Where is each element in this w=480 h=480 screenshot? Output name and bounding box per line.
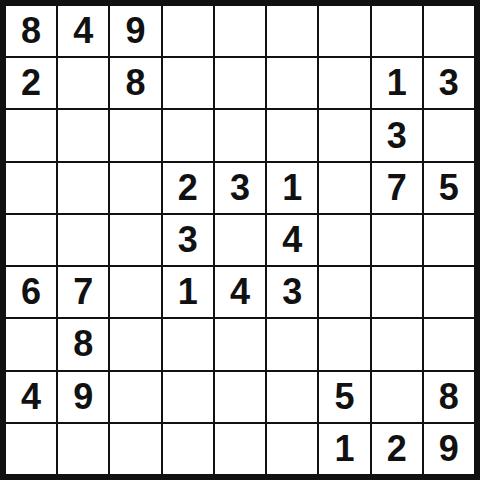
cell-r9c4[interactable] — [163, 424, 213, 474]
cell-r7c1[interactable] — [6, 319, 56, 369]
cell-r2c7[interactable] — [319, 58, 369, 108]
cell-r1c4[interactable] — [163, 6, 213, 56]
cell-r6c9[interactable] — [424, 267, 474, 317]
cell-r5c6[interactable]: 4 — [267, 215, 317, 265]
cell-r8c9[interactable]: 8 — [424, 372, 474, 422]
cell-r2c9[interactable]: 3 — [424, 58, 474, 108]
cell-r5c4[interactable]: 3 — [163, 215, 213, 265]
cell-r4c6[interactable]: 1 — [267, 163, 317, 213]
cell-r8c8[interactable] — [372, 372, 422, 422]
cell-r1c9[interactable] — [424, 6, 474, 56]
cell-r4c7[interactable] — [319, 163, 369, 213]
cell-r4c5[interactable]: 3 — [215, 163, 265, 213]
cell-r9c9[interactable]: 9 — [424, 424, 474, 474]
cell-r2c5[interactable] — [215, 58, 265, 108]
cell-r2c8[interactable]: 1 — [372, 58, 422, 108]
cell-r3c3[interactable] — [110, 110, 160, 160]
cell-r9c8[interactable]: 2 — [372, 424, 422, 474]
cell-r7c5[interactable] — [215, 319, 265, 369]
cell-r6c5[interactable]: 4 — [215, 267, 265, 317]
cell-r6c7[interactable] — [319, 267, 369, 317]
cell-r3c9[interactable] — [424, 110, 474, 160]
cell-r2c3[interactable]: 8 — [110, 58, 160, 108]
cell-r8c6[interactable] — [267, 372, 317, 422]
cell-r4c1[interactable] — [6, 163, 56, 213]
cell-r9c7[interactable]: 1 — [319, 424, 369, 474]
cell-r6c6[interactable]: 3 — [267, 267, 317, 317]
cell-r3c5[interactable] — [215, 110, 265, 160]
cell-r1c2[interactable]: 4 — [58, 6, 108, 56]
cell-r3c4[interactable] — [163, 110, 213, 160]
cell-r7c7[interactable] — [319, 319, 369, 369]
cell-r9c2[interactable] — [58, 424, 108, 474]
cell-r3c6[interactable] — [267, 110, 317, 160]
cell-r7c6[interactable] — [267, 319, 317, 369]
cell-r6c3[interactable] — [110, 267, 160, 317]
cell-r7c4[interactable] — [163, 319, 213, 369]
cell-r4c4[interactable]: 2 — [163, 163, 213, 213]
cell-r7c9[interactable] — [424, 319, 474, 369]
cell-r9c3[interactable] — [110, 424, 160, 474]
cell-r5c2[interactable] — [58, 215, 108, 265]
cell-r8c5[interactable] — [215, 372, 265, 422]
cell-r4c2[interactable] — [58, 163, 108, 213]
cell-r2c4[interactable] — [163, 58, 213, 108]
cell-r5c8[interactable] — [372, 215, 422, 265]
cell-r6c2[interactable]: 7 — [58, 267, 108, 317]
cell-r2c1[interactable]: 2 — [6, 58, 56, 108]
sudoku-board: 8492813323175346714384958129 — [0, 0, 480, 480]
cell-r2c2[interactable] — [58, 58, 108, 108]
cell-r2c6[interactable] — [267, 58, 317, 108]
cell-r4c9[interactable]: 5 — [424, 163, 474, 213]
cell-r1c5[interactable] — [215, 6, 265, 56]
cell-r7c2[interactable]: 8 — [58, 319, 108, 369]
cell-r8c7[interactable]: 5 — [319, 372, 369, 422]
cell-r6c1[interactable]: 6 — [6, 267, 56, 317]
cell-r8c2[interactable]: 9 — [58, 372, 108, 422]
cell-r5c3[interactable] — [110, 215, 160, 265]
cell-r9c6[interactable] — [267, 424, 317, 474]
cell-r6c8[interactable] — [372, 267, 422, 317]
cell-r1c3[interactable]: 9 — [110, 6, 160, 56]
cell-r5c7[interactable] — [319, 215, 369, 265]
cell-r3c8[interactable]: 3 — [372, 110, 422, 160]
cell-r1c6[interactable] — [267, 6, 317, 56]
cell-r6c4[interactable]: 1 — [163, 267, 213, 317]
cell-r7c8[interactable] — [372, 319, 422, 369]
cell-r1c1[interactable]: 8 — [6, 6, 56, 56]
cell-r5c9[interactable] — [424, 215, 474, 265]
cell-r9c1[interactable] — [6, 424, 56, 474]
cell-r9c5[interactable] — [215, 424, 265, 474]
cell-r5c1[interactable] — [6, 215, 56, 265]
cell-r1c7[interactable] — [319, 6, 369, 56]
cell-r4c8[interactable]: 7 — [372, 163, 422, 213]
cell-r1c8[interactable] — [372, 6, 422, 56]
cell-r3c7[interactable] — [319, 110, 369, 160]
cell-r5c5[interactable] — [215, 215, 265, 265]
cell-r8c3[interactable] — [110, 372, 160, 422]
cell-r8c4[interactable] — [163, 372, 213, 422]
cell-r4c3[interactable] — [110, 163, 160, 213]
cell-r8c1[interactable]: 4 — [6, 372, 56, 422]
cell-r3c2[interactable] — [58, 110, 108, 160]
cell-r7c3[interactable] — [110, 319, 160, 369]
cell-r3c1[interactable] — [6, 110, 56, 160]
